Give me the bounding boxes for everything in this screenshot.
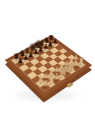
chess-board: ♜♞♝♛♚♝♞♜♟♟♟♟♟♟♟♟♟♟♟♟♟♟♟♟♜♞♝♛♚♝♞♜ (4, 35, 91, 98)
white-rook: ♜ (41, 80, 48, 88)
brass-clasp-icon (65, 82, 72, 87)
board-scene: ♜♞♝♛♚♝♞♜♟♟♟♟♟♟♟♟♟♟♟♟♟♟♟♟♜♞♝♛♚♝♞♜ (2, 31, 93, 95)
chess-set-photo: ♜♞♝♛♚♝♞♜♟♟♟♟♟♟♟♟♟♟♟♟♟♟♟♟♜♞♝♛♚♝♞♜ (0, 0, 95, 126)
black-pawn: ♟ (17, 58, 24, 65)
